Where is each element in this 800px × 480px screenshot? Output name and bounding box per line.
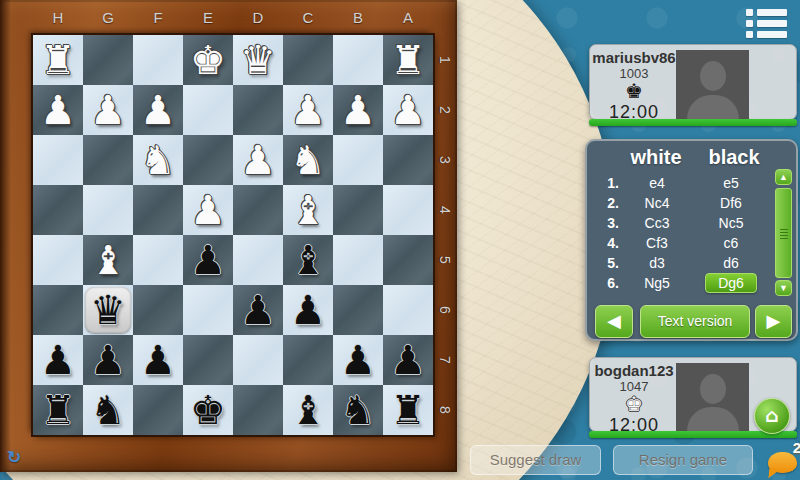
square-c1[interactable]	[283, 35, 333, 85]
move-rows: 1.e4e52.Nc4Df63.Cc3Nc54.Cf3c65.d3d66.Ng5…	[587, 173, 796, 293]
menu-icon[interactable]	[746, 9, 787, 42]
piece-black-pawn[interactable]: ♟	[183, 235, 233, 285]
piece-black-knight[interactable]: ♞	[333, 385, 383, 435]
move-row-5: 5.d3d6	[587, 253, 796, 273]
move-white-5[interactable]: d3	[619, 255, 695, 271]
piece-white-pawn[interactable]: ♟	[183, 185, 233, 235]
square-h2[interactable]: ♟	[33, 85, 83, 135]
square-h5[interactable]	[33, 235, 83, 285]
file-label-A: A	[383, 0, 433, 35]
move-white-3[interactable]: Cc3	[619, 215, 695, 231]
square-g3[interactable]	[83, 135, 133, 185]
move-number: 6.	[597, 275, 619, 291]
square-f1[interactable]	[133, 35, 183, 85]
square-h3[interactable]	[33, 135, 83, 185]
move-white-6[interactable]: Ng5	[619, 275, 695, 291]
file-label-F: F	[133, 0, 183, 35]
square-a7[interactable]: ♟	[383, 335, 433, 385]
square-c4[interactable]: ♝	[283, 185, 333, 235]
resign-game-button[interactable]: Resign game	[613, 445, 753, 475]
move-white-4[interactable]: Cf3	[619, 235, 695, 251]
move-list-header: white black	[587, 146, 796, 169]
square-g5[interactable]: ♝	[83, 235, 133, 285]
rank-labels: 12345678	[433, 35, 457, 435]
chat-icon[interactable]: 2	[768, 452, 797, 473]
square-h6[interactable]	[33, 285, 83, 335]
piece-black-bishop[interactable]: ♝	[283, 235, 333, 285]
square-a5[interactable]	[383, 235, 433, 285]
square-e5[interactable]: ♟	[183, 235, 233, 285]
app-window: HGFEDCBA 12345678 ♜♚♛♜♟♟♟♟♟♟♞♟♞♟♝♝♟♝♛♟♟♟…	[0, 0, 800, 480]
piece-white-knight[interactable]: ♞	[133, 135, 183, 185]
board-squares: ♜♚♛♜♟♟♟♟♟♟♞♟♞♟♝♝♟♝♛♟♟♟♟♟♟♟♜♞♚♝♞♜	[33, 35, 433, 435]
file-label-H: H	[33, 0, 83, 35]
file-label-G: G	[83, 0, 133, 35]
move-number: 2.	[597, 195, 619, 211]
next-move-button[interactable]: ▶	[755, 305, 792, 338]
file-label-D: D	[233, 0, 283, 35]
square-d6[interactable]: ♟	[233, 285, 283, 335]
square-e4[interactable]: ♟	[183, 185, 233, 235]
square-g4[interactable]	[83, 185, 133, 235]
square-e3[interactable]	[183, 135, 233, 185]
move-number: 5.	[597, 255, 619, 271]
moves-scrollbar[interactable]	[775, 188, 792, 278]
piece-white-pawn[interactable]: ♟	[33, 85, 83, 135]
square-g8[interactable]: ♞	[83, 385, 133, 435]
piece-white-pawn[interactable]: ♟	[83, 85, 133, 135]
piece-white-bishop[interactable]: ♝	[83, 235, 133, 285]
prev-move-button[interactable]: ◀	[595, 305, 633, 338]
square-g7[interactable]: ♟	[83, 335, 133, 385]
piece-white-pawn[interactable]: ♟	[333, 85, 383, 135]
square-h7[interactable]: ♟	[33, 335, 83, 385]
square-g2[interactable]: ♟	[83, 85, 133, 135]
file-label-B: B	[333, 0, 383, 35]
avatar	[676, 50, 749, 119]
square-f6[interactable]	[133, 285, 183, 335]
player-card-bottom: bogdan123 1047 ♚ 12:00 ⌂	[589, 357, 797, 432]
avatar-body	[687, 407, 739, 431]
move-black-1[interactable]: e5	[695, 175, 767, 191]
square-a8[interactable]: ♜	[383, 385, 433, 435]
piece-black-knight[interactable]: ♞	[83, 385, 133, 435]
square-b7[interactable]: ♟	[333, 335, 383, 385]
square-b2[interactable]: ♟	[333, 85, 383, 135]
square-a2[interactable]: ♟	[383, 85, 433, 135]
avatar-head	[700, 61, 726, 91]
square-f7[interactable]: ♟	[133, 335, 183, 385]
move-row-2: 2.Nc4Df6	[587, 193, 796, 213]
flip-board-icon[interactable]: ↻	[7, 447, 21, 468]
suggest-draw-button[interactable]: Suggest draw	[470, 445, 601, 475]
square-b3[interactable]	[333, 135, 383, 185]
move-number: 4.	[597, 235, 619, 251]
square-c5[interactable]: ♝	[283, 235, 333, 285]
square-c8[interactable]: ♝	[283, 385, 333, 435]
square-a4[interactable]	[383, 185, 433, 235]
move-number: 1.	[597, 175, 619, 191]
square-a1[interactable]: ♜	[383, 35, 433, 85]
square-e1[interactable]: ♚	[183, 35, 233, 85]
square-g1[interactable]	[83, 35, 133, 85]
square-b1[interactable]	[333, 35, 383, 85]
piece-black-pawn[interactable]: ♟	[283, 285, 333, 335]
square-a3[interactable]	[383, 135, 433, 185]
file-label-C: C	[283, 0, 333, 35]
piece-white-pawn[interactable]: ♟	[383, 85, 433, 135]
square-h4[interactable]	[33, 185, 83, 235]
header-black: black	[695, 146, 773, 169]
move-black-2[interactable]: Df6	[695, 195, 767, 211]
move-row-6: 6.Ng5Dg6	[587, 273, 796, 293]
menu-line	[746, 31, 787, 38]
avatar-head	[700, 374, 726, 404]
square-c3[interactable]: ♞	[283, 135, 333, 185]
piece-black-bishop[interactable]: ♝	[283, 385, 333, 435]
home-button[interactable]: ⌂	[754, 398, 790, 434]
piece-white-bishop[interactable]: ♝	[283, 185, 333, 235]
square-d4[interactable]	[233, 185, 283, 235]
current-move-highlight: Dg6	[705, 273, 757, 293]
menu-line	[746, 20, 787, 27]
move-row-4: 4.Cf3c6	[587, 233, 796, 253]
move-white-2[interactable]: Nc4	[619, 195, 695, 211]
square-g6[interactable]: ♛	[83, 285, 133, 335]
piece-black-pawn[interactable]: ♟	[383, 335, 433, 385]
piece-black-pawn[interactable]: ♟	[83, 335, 133, 385]
piece-black-pawn[interactable]: ♟	[133, 335, 183, 385]
piece-black-king[interactable]: ♚	[183, 385, 233, 435]
square-e8[interactable]: ♚	[183, 385, 233, 435]
square-h8[interactable]: ♜	[33, 385, 83, 435]
chess-board: HGFEDCBA 12345678 ♜♚♛♜♟♟♟♟♟♟♞♟♞♟♝♝♟♝♛♟♟♟…	[0, 0, 457, 472]
moves-scroll-down-button[interactable]: ▼	[775, 280, 792, 296]
square-f2[interactable]: ♟	[133, 85, 183, 135]
square-e6[interactable]	[183, 285, 233, 335]
square-c6[interactable]: ♟	[283, 285, 333, 335]
avatar	[676, 363, 749, 431]
piece-black-rook[interactable]: ♜	[383, 385, 433, 435]
scrollbar-grip	[780, 229, 788, 241]
square-h1[interactable]: ♜	[33, 35, 83, 85]
square-f3[interactable]: ♞	[133, 135, 183, 185]
piece-white-rook[interactable]: ♜	[383, 35, 433, 85]
square-c2[interactable]: ♟	[283, 85, 333, 135]
piece-black-pawn[interactable]: ♟	[233, 285, 283, 335]
file-label-E: E	[183, 0, 233, 35]
white-king-icon: ♚	[590, 394, 678, 415]
square-f5[interactable]	[133, 235, 183, 285]
piece-white-pawn[interactable]: ♟	[283, 85, 333, 135]
move-black-4[interactable]: c6	[695, 235, 767, 251]
move-row-3: 3.Cc3Nc5	[587, 213, 796, 233]
text-version-button[interactable]: Text version	[640, 305, 750, 338]
move-list-panel: white black 1.e4e52.Nc4Df63.Cc3Nc54.Cf3c…	[585, 139, 798, 341]
player-clock: 12:00	[590, 102, 678, 119]
player-name: bogdan123	[590, 362, 678, 379]
moves-scroll-up-button[interactable]: ▲	[775, 169, 792, 185]
piece-white-rook[interactable]: ♜	[33, 35, 83, 85]
player-card-top: mariusbv86 1003 ♚ 12:00	[589, 44, 797, 120]
square-d5[interactable]	[233, 235, 283, 285]
piece-black-queen[interactable]: ♛	[83, 285, 133, 335]
piece-white-pawn[interactable]: ♟	[133, 85, 183, 135]
square-b8[interactable]: ♞	[333, 385, 383, 435]
square-d1[interactable]: ♛	[233, 35, 283, 85]
square-d7[interactable]	[233, 335, 283, 385]
move-black-5[interactable]: d6	[695, 255, 767, 271]
menu-line	[746, 9, 787, 16]
move-number: 3.	[597, 215, 619, 231]
move-black-6[interactable]: Dg6	[695, 273, 767, 293]
black-king-icon: ♚	[590, 81, 678, 102]
piece-black-pawn[interactable]: ♟	[333, 335, 383, 385]
square-d2[interactable]	[233, 85, 283, 135]
time-progress-bar	[589, 119, 797, 126]
piece-white-knight[interactable]: ♞	[283, 135, 333, 185]
square-c7[interactable]	[283, 335, 333, 385]
header-white: white	[617, 146, 695, 169]
square-d3[interactable]: ♟	[233, 135, 283, 185]
square-a6[interactable]	[383, 285, 433, 335]
square-e2[interactable]	[183, 85, 233, 135]
square-b6[interactable]	[333, 285, 383, 335]
square-b4[interactable]	[333, 185, 383, 235]
piece-white-pawn[interactable]: ♟	[233, 135, 283, 185]
player-info: bogdan123 1047 ♚ 12:00	[590, 358, 678, 431]
square-f8[interactable]	[133, 385, 183, 435]
avatar-body	[687, 95, 739, 119]
move-black-3[interactable]: Nc5	[695, 215, 767, 231]
square-d8[interactable]	[233, 385, 283, 435]
player-name: mariusbv86	[590, 49, 678, 66]
player-info: mariusbv86 1003 ♚ 12:00	[590, 45, 678, 119]
move-white-1[interactable]: e4	[619, 175, 695, 191]
piece-black-rook[interactable]: ♜	[33, 385, 83, 435]
player-clock: 12:00	[590, 415, 678, 431]
piece-white-queen[interactable]: ♛	[233, 35, 283, 85]
move-row-1: 1.e4e5	[587, 173, 796, 193]
piece-white-king[interactable]: ♚	[183, 35, 233, 85]
piece-black-pawn[interactable]: ♟	[33, 335, 83, 385]
chat-unread-badge: 2	[793, 439, 800, 456]
square-e7[interactable]	[183, 335, 233, 385]
square-f4[interactable]	[133, 185, 183, 235]
file-labels: HGFEDCBA	[33, 0, 433, 35]
square-b5[interactable]	[333, 235, 383, 285]
